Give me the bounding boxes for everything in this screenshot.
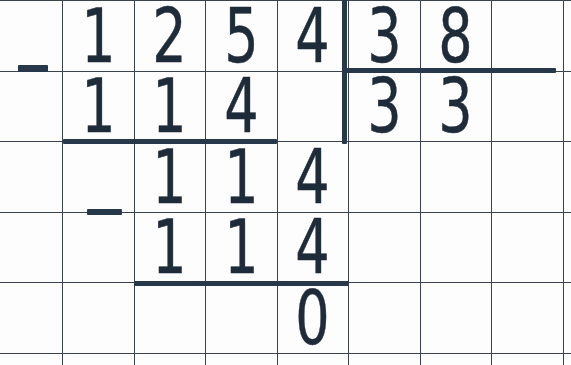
minus-sign-2 [87, 209, 122, 215]
empty-cell [278, 72, 350, 143]
empty-cell [135, 283, 207, 354]
digit: 1 [153, 69, 187, 143]
digit-cell-r1c3: 4 [206, 72, 278, 143]
empty-cell [0, 72, 63, 143]
digit-cell-r3c3: 1 [206, 213, 278, 284]
empty-cell [492, 283, 564, 354]
digit: 3 [367, 69, 401, 143]
empty-cell [0, 213, 63, 284]
digit: 4 [296, 140, 330, 214]
digit-cell-r0c5: 3 [349, 1, 421, 72]
digit: 3 [367, 0, 401, 73]
digit-cell-r3c4: 4 [278, 213, 350, 284]
digit: 3 [439, 69, 473, 143]
empty-cell [0, 283, 63, 354]
digit-cell-r1c2: 1 [135, 72, 207, 143]
digit-cell-r2c4: 4 [278, 142, 350, 213]
empty-cell [63, 354, 135, 365]
empty-cell [492, 213, 564, 284]
digit-cell-r1c6: 3 [421, 72, 493, 143]
empty-cell [421, 354, 493, 365]
empty-cell [421, 213, 493, 284]
empty-cell [0, 142, 63, 213]
digit-cell-r0c6: 8 [421, 1, 493, 72]
empty-cell [63, 283, 135, 354]
digit: 4 [224, 69, 258, 143]
digit: 0 [296, 281, 330, 355]
empty-cell [564, 72, 571, 143]
empty-cell [564, 213, 571, 284]
subtraction-underline-2 [134, 281, 349, 286]
digit-cell-r0c1: 1 [63, 1, 135, 72]
empty-cell [564, 354, 571, 365]
empty-cell [206, 283, 278, 354]
digit: 1 [81, 69, 115, 143]
digit: 8 [439, 0, 473, 73]
digit-cell-r1c1: 1 [63, 72, 135, 143]
empty-cell [349, 213, 421, 284]
digit: 1 [153, 140, 187, 214]
empty-cell [63, 213, 135, 284]
empty-cell [492, 1, 564, 72]
digit: 1 [153, 210, 187, 284]
digit: 4 [296, 0, 330, 73]
digit: 2 [153, 0, 187, 73]
empty-cell [135, 354, 207, 365]
empty-cell [564, 1, 571, 72]
digit-cell-r0c3: 5 [206, 1, 278, 72]
empty-cell [492, 142, 564, 213]
squared-paper-grid: 125438114331141140 [0, 0, 571, 365]
subtraction-underline-1 [63, 139, 277, 144]
empty-cell [349, 283, 421, 354]
minus-sign-1 [18, 65, 48, 72]
digit: 4 [296, 210, 330, 284]
digit: 5 [224, 0, 258, 73]
empty-cell [492, 354, 564, 365]
digit-cell-r0c2: 2 [135, 1, 207, 72]
empty-cell [63, 142, 135, 213]
empty-cell [421, 142, 493, 213]
division-worksheet: 125438114331141140 [0, 0, 571, 365]
empty-cell [349, 354, 421, 365]
digit: 1 [224, 140, 258, 214]
digit: 1 [81, 0, 115, 73]
digit-cell-r3c2: 1 [135, 213, 207, 284]
empty-cell [349, 142, 421, 213]
empty-cell [0, 1, 63, 72]
division-bracket-horizontal-line [342, 68, 556, 73]
digit: 1 [224, 210, 258, 284]
digit-cell-r4c4: 0 [278, 283, 350, 354]
digit-cell-r2c3: 1 [206, 142, 278, 213]
empty-cell [421, 283, 493, 354]
digit-cell-r0c4: 4 [278, 1, 350, 72]
empty-cell [206, 354, 278, 365]
empty-cell [492, 72, 564, 143]
empty-cell [564, 283, 571, 354]
empty-cell [0, 354, 63, 365]
digit-cell-r1c5: 3 [349, 72, 421, 143]
digit-cell-r2c2: 1 [135, 142, 207, 213]
empty-cell [564, 142, 571, 213]
